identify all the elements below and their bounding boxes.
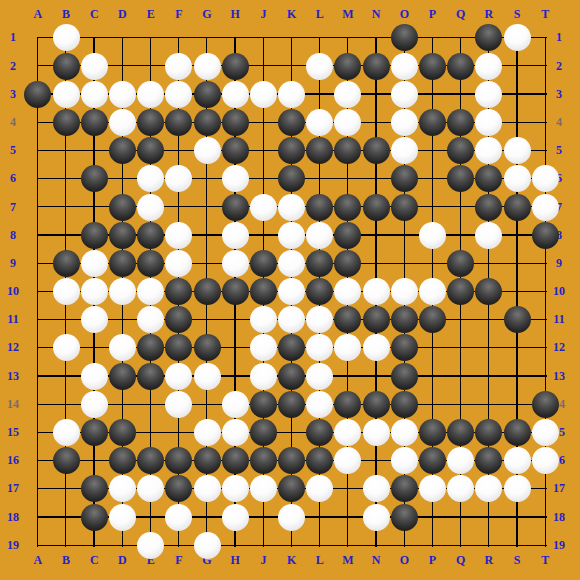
board-point[interactable]	[531, 475, 559, 503]
board-point[interactable]	[221, 531, 249, 559]
board-point[interactable]	[418, 277, 446, 305]
board-point[interactable]	[80, 475, 108, 503]
board-point[interactable]	[80, 165, 108, 193]
board-point[interactable]	[362, 52, 390, 80]
board-point[interactable]	[52, 306, 80, 334]
board-point[interactable]	[52, 418, 80, 446]
board-point[interactable]	[108, 531, 136, 559]
board-point[interactable]	[221, 193, 249, 221]
board-point[interactable]	[418, 193, 446, 221]
board-point[interactable]	[390, 503, 418, 531]
board-point[interactable]	[390, 137, 418, 165]
board-point[interactable]	[390, 24, 418, 52]
board-point[interactable]	[52, 531, 80, 559]
board-point[interactable]	[52, 24, 80, 52]
board-point[interactable]	[306, 193, 334, 221]
board-point[interactable]	[137, 418, 165, 446]
board-point[interactable]	[306, 503, 334, 531]
board-point[interactable]	[24, 137, 52, 165]
board-point[interactable]	[24, 193, 52, 221]
board-point[interactable]	[362, 277, 390, 305]
board-point[interactable]	[277, 475, 305, 503]
board-point[interactable]	[52, 137, 80, 165]
board-point[interactable]	[221, 52, 249, 80]
board-point[interactable]	[306, 52, 334, 80]
board-point[interactable]	[390, 531, 418, 559]
board-point[interactable]	[447, 165, 475, 193]
board-point[interactable]	[249, 447, 277, 475]
board-point[interactable]	[447, 418, 475, 446]
board-point[interactable]	[306, 137, 334, 165]
board-point[interactable]	[193, 221, 221, 249]
board-point[interactable]	[503, 221, 531, 249]
board-point[interactable]	[249, 503, 277, 531]
board-point[interactable]	[475, 390, 503, 418]
board-point[interactable]	[193, 418, 221, 446]
board-point[interactable]	[24, 52, 52, 80]
board-point[interactable]	[137, 277, 165, 305]
board-point[interactable]	[193, 249, 221, 277]
board-point[interactable]	[165, 249, 193, 277]
board-point[interactable]	[390, 390, 418, 418]
board-point[interactable]	[137, 52, 165, 80]
board-point[interactable]	[249, 390, 277, 418]
board-point[interactable]	[277, 24, 305, 52]
board-point[interactable]	[390, 221, 418, 249]
board-point[interactable]	[108, 165, 136, 193]
board-point[interactable]	[334, 531, 362, 559]
board-point[interactable]	[390, 447, 418, 475]
board-point[interactable]	[193, 277, 221, 305]
board-point[interactable]	[52, 52, 80, 80]
board-point[interactable]	[249, 108, 277, 136]
board-point[interactable]	[362, 24, 390, 52]
board-point[interactable]	[334, 362, 362, 390]
board-point[interactable]	[24, 475, 52, 503]
board-point[interactable]	[475, 24, 503, 52]
board-point[interactable]	[362, 503, 390, 531]
board-point[interactable]	[503, 447, 531, 475]
board-point[interactable]	[80, 390, 108, 418]
board-point[interactable]	[165, 137, 193, 165]
board-point[interactable]	[475, 277, 503, 305]
board-point[interactable]	[531, 52, 559, 80]
board-point[interactable]	[249, 306, 277, 334]
board-point[interactable]	[277, 390, 305, 418]
board-point[interactable]	[418, 137, 446, 165]
board-point[interactable]	[447, 137, 475, 165]
board-point[interactable]	[80, 108, 108, 136]
board-point[interactable]	[108, 193, 136, 221]
board-point[interactable]	[334, 418, 362, 446]
board-point[interactable]	[390, 80, 418, 108]
board-point[interactable]	[137, 390, 165, 418]
board-point[interactable]	[418, 221, 446, 249]
board-point[interactable]	[137, 108, 165, 136]
board-point[interactable]	[531, 447, 559, 475]
board-point[interactable]	[249, 418, 277, 446]
board-point[interactable]	[306, 165, 334, 193]
board-point[interactable]	[418, 52, 446, 80]
board-point[interactable]	[249, 531, 277, 559]
board-point[interactable]	[193, 334, 221, 362]
board-point[interactable]	[531, 306, 559, 334]
board-point[interactable]	[24, 447, 52, 475]
board-point[interactable]	[334, 447, 362, 475]
board-point[interactable]	[193, 165, 221, 193]
board-point[interactable]	[334, 249, 362, 277]
board-point[interactable]	[531, 362, 559, 390]
board-point[interactable]	[80, 137, 108, 165]
board-point[interactable]	[334, 390, 362, 418]
board-point[interactable]	[193, 362, 221, 390]
board-point[interactable]	[52, 249, 80, 277]
board-point[interactable]	[418, 531, 446, 559]
board-point[interactable]	[447, 334, 475, 362]
board-point[interactable]	[108, 334, 136, 362]
board-point[interactable]	[108, 108, 136, 136]
board-point[interactable]	[362, 362, 390, 390]
board-point[interactable]	[24, 390, 52, 418]
board-point[interactable]	[418, 80, 446, 108]
board-point[interactable]	[475, 531, 503, 559]
board-point[interactable]	[390, 249, 418, 277]
board-point[interactable]	[418, 447, 446, 475]
board-point[interactable]	[137, 249, 165, 277]
board-point[interactable]	[249, 193, 277, 221]
board-point[interactable]	[362, 531, 390, 559]
board-point[interactable]	[108, 52, 136, 80]
board-point[interactable]	[475, 447, 503, 475]
board-point[interactable]	[221, 475, 249, 503]
board-point[interactable]	[108, 221, 136, 249]
board-point[interactable]	[249, 362, 277, 390]
board-point[interactable]	[165, 24, 193, 52]
board-point[interactable]	[52, 447, 80, 475]
board-point[interactable]	[165, 334, 193, 362]
board-point[interactable]	[277, 137, 305, 165]
board-point[interactable]	[306, 334, 334, 362]
board-point[interactable]	[137, 80, 165, 108]
board-point[interactable]	[306, 306, 334, 334]
board-point[interactable]	[531, 277, 559, 305]
board-point[interactable]	[52, 334, 80, 362]
board-point[interactable]	[277, 306, 305, 334]
board-point[interactable]	[249, 475, 277, 503]
board-point[interactable]	[165, 362, 193, 390]
board-point[interactable]	[418, 475, 446, 503]
board-point[interactable]	[531, 503, 559, 531]
board-point[interactable]	[418, 503, 446, 531]
board-point[interactable]	[52, 475, 80, 503]
board-point[interactable]	[531, 249, 559, 277]
board-point[interactable]	[80, 277, 108, 305]
board-point[interactable]	[362, 221, 390, 249]
board-point[interactable]	[277, 418, 305, 446]
board-point[interactable]	[334, 503, 362, 531]
board-point[interactable]	[418, 306, 446, 334]
board-point[interactable]	[277, 52, 305, 80]
board-point[interactable]	[277, 108, 305, 136]
board-point[interactable]	[503, 249, 531, 277]
board-point[interactable]	[503, 475, 531, 503]
board-point[interactable]	[80, 418, 108, 446]
board-point[interactable]	[418, 24, 446, 52]
board-point[interactable]	[447, 503, 475, 531]
board-point[interactable]	[80, 447, 108, 475]
board-point[interactable]	[277, 249, 305, 277]
board-point[interactable]	[418, 108, 446, 136]
board-point[interactable]	[475, 165, 503, 193]
board-point[interactable]	[221, 108, 249, 136]
board-point[interactable]	[418, 418, 446, 446]
board-point[interactable]	[24, 503, 52, 531]
board-point[interactable]	[334, 306, 362, 334]
board-point[interactable]	[108, 277, 136, 305]
board-point[interactable]	[447, 362, 475, 390]
board-point[interactable]	[277, 277, 305, 305]
board-point[interactable]	[503, 277, 531, 305]
board-point[interactable]	[108, 447, 136, 475]
board-point[interactable]	[362, 108, 390, 136]
board-point[interactable]	[24, 80, 52, 108]
board-point[interactable]	[362, 193, 390, 221]
board-point[interactable]	[52, 221, 80, 249]
board-point[interactable]	[447, 193, 475, 221]
board-point[interactable]	[447, 306, 475, 334]
board-point[interactable]	[193, 193, 221, 221]
board-point[interactable]	[137, 165, 165, 193]
board-point[interactable]	[362, 475, 390, 503]
board-point[interactable]	[334, 80, 362, 108]
board-point[interactable]	[362, 418, 390, 446]
board-point[interactable]	[221, 390, 249, 418]
board-point[interactable]	[137, 137, 165, 165]
board-point[interactable]	[249, 221, 277, 249]
board-point[interactable]	[108, 503, 136, 531]
board-point[interactable]	[306, 390, 334, 418]
board-point[interactable]	[249, 165, 277, 193]
board-point[interactable]	[334, 193, 362, 221]
board-point[interactable]	[503, 531, 531, 559]
board-point[interactable]	[503, 24, 531, 52]
board-point[interactable]	[390, 362, 418, 390]
board-point[interactable]	[221, 362, 249, 390]
board-point[interactable]	[503, 108, 531, 136]
board-point[interactable]	[137, 362, 165, 390]
board-point[interactable]	[418, 249, 446, 277]
board-point[interactable]	[531, 24, 559, 52]
board-point[interactable]	[390, 193, 418, 221]
board-point[interactable]	[362, 334, 390, 362]
board-point[interactable]	[137, 531, 165, 559]
board-point[interactable]	[193, 80, 221, 108]
board-point[interactable]	[362, 306, 390, 334]
board-point[interactable]	[475, 362, 503, 390]
board-point[interactable]	[24, 24, 52, 52]
board-point[interactable]	[277, 334, 305, 362]
board-point[interactable]	[80, 193, 108, 221]
board-point[interactable]	[334, 52, 362, 80]
board-point[interactable]	[249, 52, 277, 80]
board-point[interactable]	[221, 221, 249, 249]
board-point[interactable]	[277, 221, 305, 249]
board-point[interactable]	[503, 390, 531, 418]
board-point[interactable]	[165, 418, 193, 446]
board-point[interactable]	[165, 108, 193, 136]
board-point[interactable]	[277, 447, 305, 475]
board-point[interactable]	[447, 80, 475, 108]
board-point[interactable]	[503, 137, 531, 165]
board-point[interactable]	[221, 165, 249, 193]
board-point[interactable]	[475, 475, 503, 503]
board-point[interactable]	[447, 249, 475, 277]
board-point[interactable]	[249, 80, 277, 108]
board-point[interactable]	[447, 390, 475, 418]
board-point[interactable]	[137, 334, 165, 362]
board-point[interactable]	[362, 80, 390, 108]
board-point[interactable]	[503, 52, 531, 80]
board-point[interactable]	[193, 306, 221, 334]
board-point[interactable]	[193, 503, 221, 531]
board-point[interactable]	[108, 137, 136, 165]
board-point[interactable]	[221, 503, 249, 531]
board-point[interactable]	[165, 165, 193, 193]
board-point[interactable]	[24, 221, 52, 249]
board-point[interactable]	[80, 503, 108, 531]
board-point[interactable]	[52, 165, 80, 193]
board-point[interactable]	[24, 362, 52, 390]
board-point[interactable]	[165, 503, 193, 531]
board-point[interactable]	[137, 306, 165, 334]
board-point[interactable]	[221, 334, 249, 362]
board-point[interactable]	[475, 306, 503, 334]
board-point[interactable]	[80, 52, 108, 80]
board-point[interactable]	[221, 249, 249, 277]
board-point[interactable]	[306, 80, 334, 108]
board-point[interactable]	[24, 277, 52, 305]
board-point[interactable]	[447, 531, 475, 559]
board-point[interactable]	[475, 137, 503, 165]
board-point[interactable]	[193, 475, 221, 503]
board-point[interactable]	[165, 80, 193, 108]
board-point[interactable]	[108, 24, 136, 52]
board-point[interactable]	[334, 334, 362, 362]
board-point[interactable]	[418, 390, 446, 418]
board-point[interactable]	[447, 447, 475, 475]
board-point[interactable]	[531, 418, 559, 446]
board-point[interactable]	[221, 418, 249, 446]
board-point[interactable]	[334, 108, 362, 136]
board-point[interactable]	[108, 306, 136, 334]
board-point[interactable]	[334, 475, 362, 503]
board-point[interactable]	[475, 334, 503, 362]
board-point[interactable]	[475, 418, 503, 446]
board-point[interactable]	[277, 503, 305, 531]
board-point[interactable]	[306, 447, 334, 475]
board-point[interactable]	[334, 24, 362, 52]
board-point[interactable]	[24, 165, 52, 193]
board-point[interactable]	[447, 108, 475, 136]
board-point[interactable]	[390, 418, 418, 446]
board-point[interactable]	[80, 531, 108, 559]
board-point[interactable]	[80, 306, 108, 334]
board-point[interactable]	[531, 108, 559, 136]
board-point[interactable]	[249, 137, 277, 165]
board-point[interactable]	[80, 249, 108, 277]
board-point[interactable]	[52, 390, 80, 418]
board-point[interactable]	[221, 447, 249, 475]
board-point[interactable]	[418, 334, 446, 362]
board-point[interactable]	[108, 390, 136, 418]
board-point[interactable]	[165, 221, 193, 249]
board-point[interactable]	[362, 249, 390, 277]
board-point[interactable]	[306, 108, 334, 136]
board-point[interactable]	[362, 390, 390, 418]
board-point[interactable]	[362, 165, 390, 193]
board-point[interactable]	[531, 137, 559, 165]
board-point[interactable]	[390, 277, 418, 305]
board-point[interactable]	[221, 80, 249, 108]
board-point[interactable]	[193, 24, 221, 52]
board-point[interactable]	[165, 193, 193, 221]
board-point[interactable]	[277, 80, 305, 108]
board-point[interactable]	[193, 531, 221, 559]
board-point[interactable]	[306, 221, 334, 249]
board-point[interactable]	[24, 108, 52, 136]
board-point[interactable]	[24, 306, 52, 334]
board-point[interactable]	[52, 362, 80, 390]
board-point[interactable]	[80, 24, 108, 52]
board-point[interactable]	[390, 306, 418, 334]
board-point[interactable]	[108, 362, 136, 390]
board-point[interactable]	[137, 503, 165, 531]
board-point[interactable]	[221, 306, 249, 334]
board-point[interactable]	[249, 277, 277, 305]
board-point[interactable]	[503, 362, 531, 390]
board-point[interactable]	[221, 24, 249, 52]
board-point[interactable]	[447, 52, 475, 80]
board-point[interactable]	[52, 80, 80, 108]
board-point[interactable]	[390, 108, 418, 136]
board-point[interactable]	[503, 80, 531, 108]
board-point[interactable]	[306, 24, 334, 52]
board-point[interactable]	[165, 475, 193, 503]
board-point[interactable]	[531, 221, 559, 249]
board-point[interactable]	[108, 475, 136, 503]
board-point[interactable]	[108, 418, 136, 446]
board-point[interactable]	[306, 249, 334, 277]
board-point[interactable]	[80, 362, 108, 390]
board-point[interactable]	[137, 193, 165, 221]
board-point[interactable]	[137, 475, 165, 503]
board-point[interactable]	[362, 447, 390, 475]
board-point[interactable]	[390, 334, 418, 362]
board-point[interactable]	[306, 475, 334, 503]
board-point[interactable]	[503, 193, 531, 221]
board-point[interactable]	[306, 418, 334, 446]
board-point[interactable]	[503, 418, 531, 446]
board-point[interactable]	[306, 277, 334, 305]
board-point[interactable]	[503, 165, 531, 193]
board-point[interactable]	[165, 447, 193, 475]
board-point[interactable]	[362, 137, 390, 165]
board-point[interactable]	[24, 249, 52, 277]
board-point[interactable]	[52, 277, 80, 305]
board-point[interactable]	[447, 277, 475, 305]
board-point[interactable]	[418, 165, 446, 193]
board-point[interactable]	[475, 108, 503, 136]
